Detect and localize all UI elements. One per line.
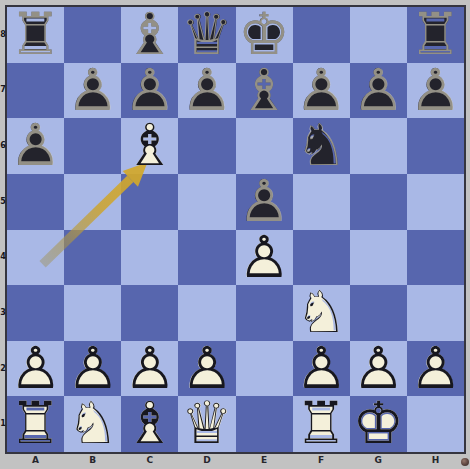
white-pawn-outline-icon: ♙ bbox=[181, 339, 233, 397]
square-c1[interactable]: ♝♗ bbox=[121, 396, 178, 452]
file-label-d: D bbox=[201, 455, 213, 465]
square-c6[interactable]: ♝♗ bbox=[121, 118, 178, 174]
square-h5[interactable] bbox=[407, 174, 464, 230]
file-label-g: G bbox=[372, 455, 384, 465]
piece-black-rook-h8: ♜♖ bbox=[407, 7, 464, 63]
black-pawn-outline-icon: ♙ bbox=[124, 61, 176, 119]
file-label-a: A bbox=[30, 455, 42, 465]
square-f2[interactable]: ♟♙ bbox=[293, 341, 350, 397]
square-a4[interactable] bbox=[7, 230, 64, 286]
square-b4[interactable] bbox=[64, 230, 121, 286]
piece-black-king-e8: ♚♔ bbox=[236, 7, 293, 63]
square-a7[interactable] bbox=[7, 63, 64, 119]
square-e1[interactable] bbox=[236, 396, 293, 452]
rank-label-1: 1 bbox=[0, 419, 6, 429]
square-d5[interactable] bbox=[178, 174, 235, 230]
piece-black-pawn-c7: ♟♙ bbox=[121, 63, 178, 119]
square-a3[interactable] bbox=[7, 285, 64, 341]
square-f4[interactable] bbox=[293, 230, 350, 286]
white-pawn-outline-icon: ♙ bbox=[409, 339, 461, 397]
square-b6[interactable] bbox=[64, 118, 121, 174]
square-c3[interactable] bbox=[121, 285, 178, 341]
piece-white-pawn-g2: ♟♙ bbox=[350, 341, 407, 397]
square-f8[interactable] bbox=[293, 7, 350, 63]
square-c7[interactable]: ♟♙ bbox=[121, 63, 178, 119]
rank-label-3: 3 bbox=[0, 308, 6, 318]
white-bishop-outline-icon: ♗ bbox=[124, 394, 176, 452]
piece-black-bishop-e7: ♝♗ bbox=[236, 63, 293, 119]
square-a5[interactable] bbox=[7, 174, 64, 230]
piece-black-pawn-e5: ♟♙ bbox=[236, 174, 293, 230]
square-g1[interactable]: ♚♔ bbox=[350, 396, 407, 452]
white-pawn-outline-icon: ♙ bbox=[67, 339, 119, 397]
black-knight-outline-icon: ♘ bbox=[295, 116, 347, 174]
square-f1[interactable]: ♜♖ bbox=[293, 396, 350, 452]
piece-white-pawn-e4: ♟♙ bbox=[236, 230, 293, 286]
piece-black-pawn-g7: ♟♙ bbox=[350, 63, 407, 119]
black-pawn-outline-icon: ♙ bbox=[181, 61, 233, 119]
square-c4[interactable] bbox=[121, 230, 178, 286]
square-c2[interactable]: ♟♙ bbox=[121, 341, 178, 397]
square-e2[interactable] bbox=[236, 341, 293, 397]
square-d2[interactable]: ♟♙ bbox=[178, 341, 235, 397]
square-c8[interactable]: ♝♗ bbox=[121, 7, 178, 63]
square-h7[interactable]: ♟♙ bbox=[407, 63, 464, 119]
square-d3[interactable] bbox=[178, 285, 235, 341]
rank-label-6: 6 bbox=[0, 141, 6, 151]
square-b5[interactable] bbox=[64, 174, 121, 230]
square-h4[interactable] bbox=[407, 230, 464, 286]
black-king-outline-icon: ♔ bbox=[238, 5, 290, 63]
square-e4[interactable]: ♟♙ bbox=[236, 230, 293, 286]
square-h1[interactable] bbox=[407, 396, 464, 452]
square-g7[interactable]: ♟♙ bbox=[350, 63, 407, 119]
square-d8[interactable]: ♛♕ bbox=[178, 7, 235, 63]
black-pawn-outline-icon: ♙ bbox=[409, 61, 461, 119]
piece-black-pawn-d7: ♟♙ bbox=[178, 63, 235, 119]
piece-white-pawn-c2: ♟♙ bbox=[121, 341, 178, 397]
piece-black-knight-f6: ♞♘ bbox=[293, 118, 350, 174]
white-queen-outline-icon: ♕ bbox=[181, 394, 233, 452]
white-bishop-outline-icon: ♗ bbox=[124, 116, 176, 174]
piece-black-pawn-a6: ♟♙ bbox=[7, 118, 64, 174]
white-pawn-outline-icon: ♙ bbox=[238, 228, 290, 286]
black-rook-outline-icon: ♖ bbox=[10, 5, 62, 63]
file-label-c: C bbox=[144, 455, 156, 465]
file-label-h: H bbox=[429, 455, 441, 465]
square-e7[interactable]: ♝♗ bbox=[236, 63, 293, 119]
square-d1[interactable]: ♛♕ bbox=[178, 396, 235, 452]
piece-white-king-g1: ♚♔ bbox=[350, 396, 407, 452]
square-d6[interactable] bbox=[178, 118, 235, 174]
square-e3[interactable] bbox=[236, 285, 293, 341]
square-a1[interactable]: ♜♖ bbox=[7, 396, 64, 452]
piece-white-rook-f1: ♜♖ bbox=[293, 396, 350, 452]
square-a8[interactable]: ♜♖ bbox=[7, 7, 64, 63]
square-h6[interactable] bbox=[407, 118, 464, 174]
square-f5[interactable] bbox=[293, 174, 350, 230]
square-g3[interactable] bbox=[350, 285, 407, 341]
piece-white-pawn-h2: ♟♙ bbox=[407, 341, 464, 397]
piece-white-pawn-f2: ♟♙ bbox=[293, 341, 350, 397]
piece-white-knight-f3: ♞♘ bbox=[293, 285, 350, 341]
square-g5[interactable] bbox=[350, 174, 407, 230]
piece-white-bishop-c6: ♝♗ bbox=[121, 118, 178, 174]
board-grid: ♜♖♝♗♛♕♚♔♜♖♟♙♟♙♟♙♝♗♟♙♟♙♟♙♟♙♝♗♞♘♟♙♟♙♞♘♟♙♟♙… bbox=[7, 7, 464, 452]
white-pawn-outline-icon: ♙ bbox=[352, 339, 404, 397]
chess-board: ♜♖♝♗♛♕♚♔♜♖♟♙♟♙♟♙♝♗♟♙♟♙♟♙♟♙♝♗♞♘♟♙♟♙♞♘♟♙♟♙… bbox=[5, 5, 466, 454]
white-pawn-outline-icon: ♙ bbox=[295, 339, 347, 397]
black-bishop-outline-icon: ♗ bbox=[124, 5, 176, 63]
corner-dot bbox=[461, 458, 469, 466]
square-g2[interactable]: ♟♙ bbox=[350, 341, 407, 397]
rank-label-8: 8 bbox=[0, 30, 6, 40]
rank-label-4: 4 bbox=[0, 252, 6, 262]
square-g6[interactable] bbox=[350, 118, 407, 174]
square-a6[interactable]: ♟♙ bbox=[7, 118, 64, 174]
black-pawn-outline-icon: ♙ bbox=[295, 61, 347, 119]
piece-white-pawn-d2: ♟♙ bbox=[178, 341, 235, 397]
white-rook-outline-icon: ♖ bbox=[295, 394, 347, 452]
piece-white-bishop-c1: ♝♗ bbox=[121, 396, 178, 452]
black-queen-outline-icon: ♕ bbox=[181, 5, 233, 63]
file-label-b: B bbox=[87, 455, 99, 465]
square-b7[interactable]: ♟♙ bbox=[64, 63, 121, 119]
piece-white-pawn-b2: ♟♙ bbox=[64, 341, 121, 397]
piece-black-rook-a8: ♜♖ bbox=[7, 7, 64, 63]
piece-black-bishop-c8: ♝♗ bbox=[121, 7, 178, 63]
square-f7[interactable]: ♟♙ bbox=[293, 63, 350, 119]
white-knight-outline-icon: ♘ bbox=[295, 283, 347, 341]
piece-white-pawn-a2: ♟♙ bbox=[7, 341, 64, 397]
square-g8[interactable] bbox=[350, 7, 407, 63]
square-e6[interactable] bbox=[236, 118, 293, 174]
white-rook-outline-icon: ♖ bbox=[10, 394, 62, 452]
black-pawn-outline-icon: ♙ bbox=[352, 61, 404, 119]
square-h2[interactable]: ♟♙ bbox=[407, 341, 464, 397]
piece-black-pawn-f7: ♟♙ bbox=[293, 63, 350, 119]
piece-black-pawn-h7: ♟♙ bbox=[407, 63, 464, 119]
square-d7[interactable]: ♟♙ bbox=[178, 63, 235, 119]
rank-label-2: 2 bbox=[0, 364, 6, 374]
square-h3[interactable] bbox=[407, 285, 464, 341]
square-b1[interactable]: ♞♘ bbox=[64, 396, 121, 452]
file-label-e: E bbox=[258, 455, 270, 465]
white-pawn-outline-icon: ♙ bbox=[10, 339, 62, 397]
square-b2[interactable]: ♟♙ bbox=[64, 341, 121, 397]
black-pawn-outline-icon: ♙ bbox=[67, 61, 119, 119]
black-rook-outline-icon: ♖ bbox=[409, 5, 461, 63]
rank-label-5: 5 bbox=[0, 197, 6, 207]
piece-white-knight-b1: ♞♘ bbox=[64, 396, 121, 452]
square-f6[interactable]: ♞♘ bbox=[293, 118, 350, 174]
square-c5[interactable] bbox=[121, 174, 178, 230]
square-e8[interactable]: ♚♔ bbox=[236, 7, 293, 63]
square-h8[interactable]: ♜♖ bbox=[407, 7, 464, 63]
square-e5[interactable]: ♟♙ bbox=[236, 174, 293, 230]
piece-white-queen-d1: ♛♕ bbox=[178, 396, 235, 452]
square-f3[interactable]: ♞♘ bbox=[293, 285, 350, 341]
piece-black-queen-d8: ♛♕ bbox=[178, 7, 235, 63]
square-b3[interactable] bbox=[64, 285, 121, 341]
black-bishop-outline-icon: ♗ bbox=[238, 61, 290, 119]
black-pawn-outline-icon: ♙ bbox=[10, 116, 62, 174]
square-b8[interactable] bbox=[64, 7, 121, 63]
piece-black-pawn-b7: ♟♙ bbox=[64, 63, 121, 119]
rank-label-7: 7 bbox=[0, 85, 6, 95]
square-g4[interactable] bbox=[350, 230, 407, 286]
white-knight-outline-icon: ♘ bbox=[67, 394, 119, 452]
piece-white-rook-a1: ♜♖ bbox=[7, 396, 64, 452]
black-pawn-outline-icon: ♙ bbox=[238, 172, 290, 230]
square-a2[interactable]: ♟♙ bbox=[7, 341, 64, 397]
square-d4[interactable] bbox=[178, 230, 235, 286]
file-label-f: F bbox=[315, 455, 327, 465]
white-pawn-outline-icon: ♙ bbox=[124, 339, 176, 397]
white-king-outline-icon: ♔ bbox=[352, 394, 404, 452]
